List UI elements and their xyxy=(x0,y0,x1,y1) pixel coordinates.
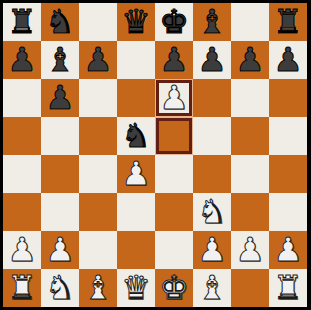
square-f2[interactable]: ♟ xyxy=(193,231,231,269)
black-pawn[interactable]: ♟ xyxy=(197,41,227,79)
black-knight[interactable]: ♞ xyxy=(45,3,75,41)
square-c5[interactable] xyxy=(79,117,117,155)
square-e3[interactable] xyxy=(155,193,193,231)
square-h5[interactable] xyxy=(269,117,307,155)
black-pawn[interactable]: ♟ xyxy=(273,41,303,79)
square-c7[interactable]: ♟ xyxy=(79,41,117,79)
square-a3[interactable] xyxy=(3,193,41,231)
square-h4[interactable] xyxy=(269,155,307,193)
square-a1[interactable]: ♜ xyxy=(3,269,41,307)
square-h8[interactable]: ♜ xyxy=(269,3,307,41)
square-a4[interactable] xyxy=(3,155,41,193)
black-rook[interactable]: ♜ xyxy=(7,3,37,41)
square-e7[interactable]: ♟ xyxy=(155,41,193,79)
black-rook[interactable]: ♜ xyxy=(273,3,303,41)
white-rook[interactable]: ♜ xyxy=(7,269,37,307)
square-f7[interactable]: ♟ xyxy=(193,41,231,79)
black-queen[interactable]: ♛ xyxy=(121,3,151,41)
black-pawn[interactable]: ♟ xyxy=(83,41,113,79)
white-pawn[interactable]: ♟ xyxy=(45,231,75,269)
white-bishop[interactable]: ♝ xyxy=(83,269,113,307)
black-bishop[interactable]: ♝ xyxy=(197,3,227,41)
black-pawn[interactable]: ♟ xyxy=(235,41,265,79)
white-pawn[interactable]: ♟ xyxy=(197,231,227,269)
square-d6[interactable] xyxy=(117,79,155,117)
square-f8[interactable]: ♝ xyxy=(193,3,231,41)
square-b5[interactable] xyxy=(41,117,79,155)
square-d3[interactable] xyxy=(117,193,155,231)
chess-board-frame: ♜♞♛♚♝♜♟♝♟♟♟♟♟♟♟♞♟♞♟♟♟♟♟♜♞♝♛♚♝♜ xyxy=(0,0,311,310)
square-g8[interactable] xyxy=(231,3,269,41)
square-c6[interactable] xyxy=(79,79,117,117)
square-d4[interactable]: ♟ xyxy=(117,155,155,193)
square-c1[interactable]: ♝ xyxy=(79,269,117,307)
square-e1[interactable]: ♚ xyxy=(155,269,193,307)
white-pawn[interactable]: ♟ xyxy=(273,231,303,269)
square-f1[interactable]: ♝ xyxy=(193,269,231,307)
square-a7[interactable]: ♟ xyxy=(3,41,41,79)
white-knight[interactable]: ♞ xyxy=(197,193,227,231)
square-h2[interactable]: ♟ xyxy=(269,231,307,269)
square-b6[interactable]: ♟ xyxy=(41,79,79,117)
square-d2[interactable] xyxy=(117,231,155,269)
square-a8[interactable]: ♜ xyxy=(3,3,41,41)
square-e2[interactable] xyxy=(155,231,193,269)
square-b8[interactable]: ♞ xyxy=(41,3,79,41)
white-bishop[interactable]: ♝ xyxy=(197,269,227,307)
white-rook[interactable]: ♜ xyxy=(273,269,303,307)
black-pawn[interactable]: ♟ xyxy=(45,79,75,117)
square-b1[interactable]: ♞ xyxy=(41,269,79,307)
white-pawn[interactable]: ♟ xyxy=(121,155,151,193)
square-b3[interactable] xyxy=(41,193,79,231)
square-d5[interactable]: ♞ xyxy=(117,117,155,155)
black-pawn[interactable]: ♟ xyxy=(7,41,37,79)
square-b2[interactable]: ♟ xyxy=(41,231,79,269)
square-g6[interactable] xyxy=(231,79,269,117)
square-a2[interactable]: ♟ xyxy=(3,231,41,269)
square-b7[interactable]: ♝ xyxy=(41,41,79,79)
black-bishop[interactable]: ♝ xyxy=(45,41,75,79)
black-pawn[interactable]: ♟ xyxy=(159,41,189,79)
square-h6[interactable] xyxy=(269,79,307,117)
square-f3[interactable]: ♞ xyxy=(193,193,231,231)
square-e5[interactable] xyxy=(155,117,193,155)
white-pawn[interactable]: ♟ xyxy=(7,231,37,269)
square-h1[interactable]: ♜ xyxy=(269,269,307,307)
chess-board: ♜♞♛♚♝♜♟♝♟♟♟♟♟♟♟♞♟♞♟♟♟♟♟♜♞♝♛♚♝♜ xyxy=(3,3,307,307)
square-g7[interactable]: ♟ xyxy=(231,41,269,79)
square-g4[interactable] xyxy=(231,155,269,193)
square-e6[interactable]: ♟ xyxy=(155,79,193,117)
white-knight[interactable]: ♞ xyxy=(45,269,75,307)
square-c4[interactable] xyxy=(79,155,117,193)
square-d8[interactable]: ♛ xyxy=(117,3,155,41)
square-g3[interactable] xyxy=(231,193,269,231)
square-d7[interactable] xyxy=(117,41,155,79)
square-f4[interactable] xyxy=(193,155,231,193)
black-knight[interactable]: ♞ xyxy=(121,117,151,155)
square-c3[interactable] xyxy=(79,193,117,231)
white-pawn[interactable]: ♟ xyxy=(159,79,189,117)
square-d1[interactable]: ♛ xyxy=(117,269,155,307)
square-a6[interactable] xyxy=(3,79,41,117)
square-h7[interactable]: ♟ xyxy=(269,41,307,79)
square-c2[interactable] xyxy=(79,231,117,269)
square-f5[interactable] xyxy=(193,117,231,155)
white-pawn[interactable]: ♟ xyxy=(235,231,265,269)
square-g2[interactable]: ♟ xyxy=(231,231,269,269)
white-king[interactable]: ♚ xyxy=(159,269,189,307)
square-g1[interactable] xyxy=(231,269,269,307)
white-queen[interactable]: ♛ xyxy=(121,269,151,307)
square-f6[interactable] xyxy=(193,79,231,117)
black-king[interactable]: ♚ xyxy=(159,3,189,41)
square-g5[interactable] xyxy=(231,117,269,155)
square-b4[interactable] xyxy=(41,155,79,193)
square-a5[interactable] xyxy=(3,117,41,155)
square-h3[interactable] xyxy=(269,193,307,231)
square-e4[interactable] xyxy=(155,155,193,193)
square-e8[interactable]: ♚ xyxy=(155,3,193,41)
square-c8[interactable] xyxy=(79,3,117,41)
